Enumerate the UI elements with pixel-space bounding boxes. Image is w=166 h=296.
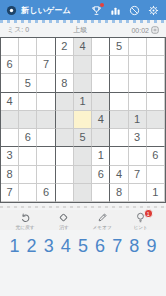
cell-r9c3[interactable]: 6	[37, 184, 55, 202]
no-ads-icon[interactable]	[128, 4, 141, 17]
cell-r4c5[interactable]: 1	[74, 93, 92, 111]
numpad-6[interactable]: 6	[92, 236, 109, 257]
cell-r9c7[interactable]: 8	[110, 184, 128, 202]
cell-r5c6[interactable]: 4	[92, 111, 110, 129]
cell-r2c2[interactable]	[19, 56, 37, 74]
cell-r3c3[interactable]	[37, 74, 55, 92]
numpad-7[interactable]: 7	[109, 236, 126, 257]
memo-button[interactable]: メモオフ	[86, 212, 118, 230]
stats-icon[interactable]	[109, 4, 122, 17]
cell-r3c9[interactable]	[147, 74, 165, 92]
timer-value: 00:02	[131, 27, 149, 34]
cell-r1c5[interactable]: 4	[74, 38, 92, 56]
cell-r8c8[interactable]: 7	[129, 166, 147, 184]
cell-r2c1[interactable]: 6	[1, 56, 19, 74]
cell-r4c2[interactable]	[19, 93, 37, 111]
cell-r1c4[interactable]: 2	[56, 38, 74, 56]
undo-button[interactable]: 元に戻す	[9, 212, 41, 230]
cell-r9c4[interactable]	[56, 184, 74, 202]
cell-r3c7[interactable]	[110, 74, 128, 92]
cell-r9c1[interactable]: 7	[1, 184, 19, 202]
cell-r1c1[interactable]	[1, 38, 19, 56]
decorative-dashed-edge-bottom	[0, 206, 166, 208]
cell-r2c7[interactable]	[110, 56, 128, 74]
cell-r3c4[interactable]: 8	[56, 74, 74, 92]
numpad-8[interactable]: 8	[126, 236, 143, 257]
cell-r2c3[interactable]: 7	[37, 56, 55, 74]
top-bar: 新しいゲーム	[0, 0, 166, 20]
cell-r9c9[interactable]: 1	[147, 184, 165, 202]
memo-label: メモオフ	[93, 224, 112, 230]
cell-r4c3[interactable]	[37, 93, 55, 111]
mistakes-counter: ミス: 0	[7, 25, 29, 35]
cell-r6c6[interactable]	[92, 129, 110, 147]
cell-r8c5[interactable]	[74, 166, 92, 184]
cell-r3c8[interactable]	[129, 74, 147, 92]
numpad-4[interactable]: 4	[57, 236, 74, 257]
cell-r7c5[interactable]	[74, 147, 92, 165]
cell-r2c5[interactable]	[74, 56, 92, 74]
cell-r3c5[interactable]	[74, 74, 92, 92]
cell-r5c9[interactable]	[147, 111, 165, 129]
numpad-3[interactable]: 3	[40, 236, 57, 257]
cell-r6c4[interactable]	[56, 129, 74, 147]
cell-r1c8[interactable]	[129, 38, 147, 56]
cell-r7c6[interactable]: 1	[92, 147, 110, 165]
cell-r2c4[interactable]	[56, 56, 74, 74]
cell-r7c7[interactable]	[110, 147, 128, 165]
hint-button[interactable]: ヒント 1	[125, 212, 157, 230]
sudoku-board: 2456758414165331686477681	[0, 37, 166, 203]
cell-r7c9[interactable]: 6	[147, 147, 165, 165]
cell-r5c7[interactable]	[110, 111, 128, 129]
cell-r6c3[interactable]	[37, 129, 55, 147]
cell-r5c1[interactable]	[1, 111, 19, 129]
cell-r5c4[interactable]	[56, 111, 74, 129]
cell-r9c6[interactable]	[92, 184, 110, 202]
trophy-icon[interactable]	[90, 4, 103, 17]
cell-r4c9[interactable]	[147, 93, 165, 111]
undo-label: 元に戻す	[16, 224, 35, 230]
cell-r6c7[interactable]	[110, 129, 128, 147]
cell-r7c1[interactable]: 3	[1, 147, 19, 165]
game-toolbar: 元に戻す 消す メモオフ ヒント 1	[0, 210, 166, 230]
difficulty-label: 上級	[73, 25, 87, 35]
cell-r8c4[interactable]	[56, 166, 74, 184]
cell-r9c2[interactable]	[19, 184, 37, 202]
cell-r1c6[interactable]	[92, 38, 110, 56]
cell-r8c9[interactable]	[147, 166, 165, 184]
cell-r7c8[interactable]	[129, 147, 147, 165]
numpad-2[interactable]: 2	[23, 236, 40, 257]
number-pad: 1 2 3 4 5 6 7 8 9	[0, 230, 166, 257]
cell-r3c2[interactable]: 5	[19, 74, 37, 92]
settings-gear-icon[interactable]	[147, 4, 160, 17]
hint-count-badge: 1	[144, 209, 153, 218]
cell-r8c1[interactable]: 8	[1, 166, 19, 184]
mistakes-value: 0	[25, 26, 29, 33]
cell-r8c2[interactable]	[19, 166, 37, 184]
cell-r4c7[interactable]	[110, 93, 128, 111]
numpad-5[interactable]: 5	[75, 236, 92, 257]
cell-r4c1[interactable]: 4	[1, 93, 19, 111]
erase-label: 消す	[59, 224, 69, 230]
cell-r1c9[interactable]	[147, 38, 165, 56]
cell-r5c5[interactable]	[74, 111, 92, 129]
cell-r6c1[interactable]	[1, 129, 19, 147]
cell-r7c3[interactable]	[37, 147, 55, 165]
cell-r2c8[interactable]	[129, 56, 147, 74]
numpad-9[interactable]: 9	[143, 236, 160, 257]
undo-icon	[20, 212, 31, 223]
cell-r7c2[interactable]	[19, 147, 37, 165]
cell-r7c4[interactable]	[56, 147, 74, 165]
cell-r2c6[interactable]	[92, 56, 110, 74]
cell-r8c7[interactable]: 4	[110, 166, 128, 184]
cell-r4c4[interactable]	[56, 93, 74, 111]
mistakes-label: ミス:	[7, 26, 23, 33]
cell-r6c9[interactable]	[147, 129, 165, 147]
cell-r6c5[interactable]: 5	[74, 129, 92, 147]
cell-r6c8[interactable]: 3	[129, 129, 147, 147]
eraser-icon	[58, 212, 69, 223]
cell-r3c1[interactable]	[1, 74, 19, 92]
cell-r8c3[interactable]	[37, 166, 55, 184]
erase-button[interactable]: 消す	[48, 212, 80, 230]
numpad-1[interactable]: 1	[6, 236, 23, 257]
cell-r3c6[interactable]	[92, 74, 110, 92]
cell-r5c2[interactable]	[19, 111, 37, 129]
cell-r5c8[interactable]: 1	[129, 111, 147, 129]
cell-r1c3[interactable]	[37, 38, 55, 56]
status-bar: ミス: 0 上級 00:02	[0, 23, 166, 37]
pause-icon[interactable]	[151, 26, 159, 34]
cell-r4c6[interactable]	[92, 93, 110, 111]
cell-r2c9[interactable]	[147, 56, 165, 74]
cell-r1c2[interactable]	[19, 38, 37, 56]
cell-r4c8[interactable]	[129, 93, 147, 111]
new-game-icon[interactable]	[6, 5, 17, 16]
cell-r8c6[interactable]: 6	[92, 166, 110, 184]
cell-r1c7[interactable]: 5	[110, 38, 128, 56]
cell-r5c3[interactable]	[37, 111, 55, 129]
cell-r9c8[interactable]	[129, 184, 147, 202]
trophy-notification-dot	[100, 3, 104, 7]
new-game-button[interactable]: 新しいゲーム	[21, 5, 71, 16]
pencil-icon	[97, 212, 108, 223]
cell-r6c2[interactable]: 6	[19, 129, 37, 147]
cell-r9c5[interactable]	[74, 184, 92, 202]
hint-label: ヒント	[133, 224, 148, 230]
